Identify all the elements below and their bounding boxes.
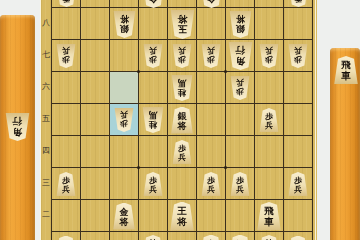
piece-歩-7六[interactable]: 歩兵 — [230, 76, 250, 100]
grid-line — [80, 0, 81, 240]
star-point — [137, 166, 140, 169]
grid-line — [51, 199, 313, 200]
piece-桂-5六[interactable]: 桂馬 — [171, 75, 193, 101]
grid-line — [254, 0, 255, 240]
shogi-board[interactable]: 八七六五四三二香車金将金将香車銀将玉将銀将歩兵歩兵歩兵歩兵角行歩兵歩兵桂馬歩兵歩… — [40, 0, 317, 240]
piece-歩-1七[interactable]: 歩兵 — [56, 44, 76, 68]
piece-歩-4七[interactable]: 歩兵 — [143, 44, 163, 68]
piece-桂-4五[interactable]: 桂馬 — [142, 107, 164, 133]
rank-label-四: 四 — [41, 147, 51, 155]
piece-歩-5四[interactable]: 歩兵 — [172, 140, 192, 164]
piece-銀-7八[interactable]: 銀将 — [229, 11, 252, 38]
rank-label-五: 五 — [41, 115, 51, 123]
last-move-highlight — [109, 71, 138, 103]
piece-桂-4一[interactable]: 桂馬 — [142, 235, 164, 240]
piece-銀-5五[interactable]: 銀将 — [171, 107, 194, 134]
piece-桂-8一[interactable]: 桂馬 — [258, 235, 280, 240]
grid-line — [51, 231, 313, 232]
grid-line — [138, 0, 139, 240]
grid-line — [51, 103, 313, 104]
grid-line — [167, 0, 168, 240]
piece-銀-3八[interactable]: 銀将 — [113, 11, 136, 38]
grid-line — [196, 0, 197, 240]
piece-歩-4三[interactable]: 歩兵 — [143, 172, 163, 196]
piece-歩-8五[interactable]: 歩兵 — [259, 108, 279, 132]
piece-歩-1三[interactable]: 歩兵 — [56, 172, 76, 196]
grid-line — [51, 167, 313, 168]
piece-歩-9七[interactable]: 歩兵 — [288, 44, 308, 68]
grid-line — [225, 0, 226, 240]
piece-玉-5八[interactable]: 玉将 — [170, 10, 195, 39]
piece-香-1九[interactable]: 香車 — [56, 0, 77, 7]
rank-label-七: 七 — [41, 51, 51, 59]
piece-角-7七[interactable]: 角行 — [228, 42, 253, 70]
piece-香-9九[interactable]: 香車 — [288, 0, 309, 7]
grid-line — [51, 0, 52, 240]
grid-line — [312, 0, 313, 240]
piece-歩-5七[interactable]: 歩兵 — [172, 44, 192, 68]
shogi-app: 八七六五四三二香車金将金将香車銀将玉将銀将歩兵歩兵歩兵歩兵角行歩兵歩兵桂馬歩兵歩… — [0, 0, 360, 240]
piece-歩-8七[interactable]: 歩兵 — [259, 44, 279, 68]
rank-label-三: 三 — [41, 179, 51, 187]
star-point — [224, 70, 227, 73]
piece-歩-7三[interactable]: 歩兵 — [230, 172, 250, 196]
piece-歩-9三[interactable]: 歩兵 — [288, 172, 308, 196]
piece-王-5二[interactable]: 王将 — [170, 202, 195, 231]
piece-歩-6三[interactable]: 歩兵 — [201, 172, 221, 196]
star-point — [137, 70, 140, 73]
grid-line — [51, 71, 313, 72]
piece-銀-7一[interactable]: 銀将 — [229, 235, 252, 240]
piece-香-1一[interactable]: 香車 — [56, 236, 77, 240]
rank-label-八: 八 — [41, 19, 51, 27]
piece-香-9一[interactable]: 香車 — [288, 236, 309, 240]
piece-金-6一[interactable]: 金将 — [200, 235, 223, 240]
grid-line — [51, 135, 313, 136]
grid-line — [283, 0, 284, 240]
rank-label-六: 六 — [41, 83, 51, 91]
star-point — [224, 166, 227, 169]
rank-label-二: 二 — [41, 211, 51, 219]
grid-line — [51, 39, 313, 40]
piece-飛-8二[interactable]: 飛車 — [257, 202, 282, 230]
grid-line — [51, 7, 313, 8]
piece-金-3二[interactable]: 金将 — [113, 203, 136, 230]
grid-line — [109, 0, 110, 240]
piece-歩-6七[interactable]: 歩兵 — [201, 44, 221, 68]
